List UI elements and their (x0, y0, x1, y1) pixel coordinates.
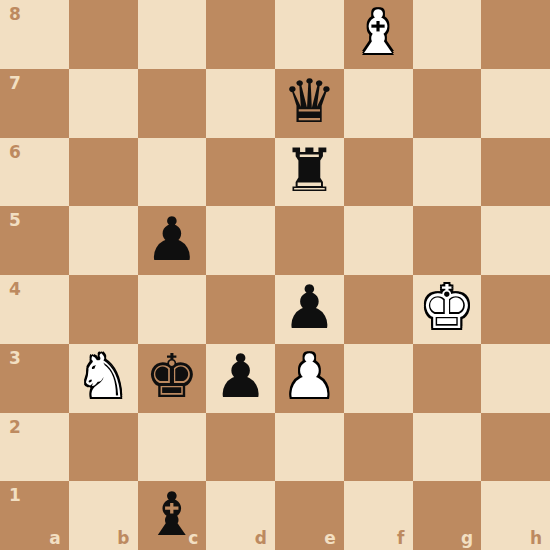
square-g1[interactable]: g (413, 481, 482, 550)
square-e6[interactable]: ♜ (275, 138, 344, 207)
square-h3[interactable] (481, 344, 550, 413)
square-a6[interactable]: 6 (0, 138, 69, 207)
square-h2[interactable] (481, 413, 550, 482)
file-label-d: d (255, 530, 267, 547)
square-h5[interactable] (481, 206, 550, 275)
square-g7[interactable] (413, 69, 482, 138)
square-c1[interactable]: c♝ (138, 481, 207, 550)
piece-white-pawn-e3[interactable]: ♟ (282, 342, 336, 410)
square-a4[interactable]: 4 (0, 275, 69, 344)
square-e3[interactable]: ♟ (275, 344, 344, 413)
square-e1[interactable]: e (275, 481, 344, 550)
chess-board: 8♝7♛6♜5♟4♟♚3♞♚♟♟21abc♝defgh (0, 0, 550, 550)
square-h6[interactable] (481, 138, 550, 207)
square-e2[interactable] (275, 413, 344, 482)
square-f2[interactable] (344, 413, 413, 482)
piece-black-pawn-d3[interactable]: ♟ (214, 342, 268, 410)
square-b1[interactable]: b (69, 481, 138, 550)
file-label-h: h (530, 530, 542, 547)
square-a8[interactable]: 8 (0, 0, 69, 69)
piece-black-rook-e6[interactable]: ♜ (282, 136, 336, 204)
rank-label-3: 3 (9, 350, 21, 367)
piece-white-knight-b3[interactable]: ♞ (76, 342, 130, 410)
square-g5[interactable] (413, 206, 482, 275)
rank-label-1: 1 (9, 487, 21, 504)
square-e5[interactable] (275, 206, 344, 275)
square-e8[interactable] (275, 0, 344, 69)
square-f6[interactable] (344, 138, 413, 207)
rank-label-5: 5 (9, 212, 21, 229)
square-g8[interactable] (413, 0, 482, 69)
square-f4[interactable] (344, 275, 413, 344)
square-d8[interactable] (206, 0, 275, 69)
rank-label-2: 2 (9, 419, 21, 436)
square-b7[interactable] (69, 69, 138, 138)
square-a3[interactable]: 3 (0, 344, 69, 413)
square-b6[interactable] (69, 138, 138, 207)
file-label-e: e (324, 530, 336, 547)
piece-black-pawn-c5[interactable]: ♟ (145, 205, 199, 273)
square-c4[interactable] (138, 275, 207, 344)
rank-label-7: 7 (9, 75, 21, 92)
file-label-a: a (49, 530, 60, 547)
square-f7[interactable] (344, 69, 413, 138)
square-f3[interactable] (344, 344, 413, 413)
file-label-b: b (117, 530, 129, 547)
square-b5[interactable] (69, 206, 138, 275)
square-d3[interactable]: ♟ (206, 344, 275, 413)
square-a5[interactable]: 5 (0, 206, 69, 275)
square-c8[interactable] (138, 0, 207, 69)
square-c6[interactable] (138, 138, 207, 207)
square-a1[interactable]: 1a (0, 481, 69, 550)
square-b2[interactable] (69, 413, 138, 482)
rank-label-6: 6 (9, 144, 21, 161)
square-g6[interactable] (413, 138, 482, 207)
square-c5[interactable]: ♟ (138, 206, 207, 275)
square-g3[interactable] (413, 344, 482, 413)
piece-black-pawn-e4[interactable]: ♟ (282, 273, 336, 341)
square-d1[interactable]: d (206, 481, 275, 550)
square-h7[interactable] (481, 69, 550, 138)
square-h8[interactable] (481, 0, 550, 69)
square-b3[interactable]: ♞ (69, 344, 138, 413)
piece-white-bishop-f8[interactable]: ♝ (351, 0, 405, 66)
square-d4[interactable] (206, 275, 275, 344)
square-e7[interactable]: ♛ (275, 69, 344, 138)
piece-black-queen-e7[interactable]: ♛ (282, 67, 336, 135)
square-f8[interactable]: ♝ (344, 0, 413, 69)
square-b8[interactable] (69, 0, 138, 69)
square-g4[interactable]: ♚ (413, 275, 482, 344)
square-a7[interactable]: 7 (0, 69, 69, 138)
square-c2[interactable] (138, 413, 207, 482)
file-label-f: f (397, 530, 404, 547)
square-d7[interactable] (206, 69, 275, 138)
square-a2[interactable]: 2 (0, 413, 69, 482)
square-c3[interactable]: ♚ (138, 344, 207, 413)
square-h4[interactable] (481, 275, 550, 344)
piece-black-king-c3[interactable]: ♚ (145, 342, 199, 410)
piece-black-bishop-c1[interactable]: ♝ (145, 480, 199, 548)
square-e4[interactable]: ♟ (275, 275, 344, 344)
square-d5[interactable] (206, 206, 275, 275)
square-f5[interactable] (344, 206, 413, 275)
rank-label-8: 8 (9, 6, 21, 23)
square-d6[interactable] (206, 138, 275, 207)
square-c7[interactable] (138, 69, 207, 138)
piece-white-king-g4[interactable]: ♚ (420, 273, 474, 341)
square-d2[interactable] (206, 413, 275, 482)
square-b4[interactable] (69, 275, 138, 344)
rank-label-4: 4 (9, 281, 21, 298)
file-label-g: g (461, 530, 473, 547)
square-h1[interactable]: h (481, 481, 550, 550)
square-f1[interactable]: f (344, 481, 413, 550)
square-g2[interactable] (413, 413, 482, 482)
